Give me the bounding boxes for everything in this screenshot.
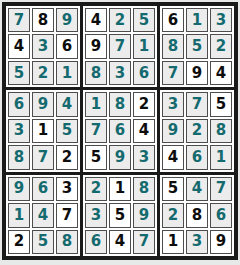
box-8: 218359647 — [83, 175, 157, 256]
cell-r8c2[interactable]: 4 — [32, 203, 54, 227]
sudoku-board: 7894365214259718366138527946943158721827… — [2, 2, 238, 260]
cell-r8c8[interactable]: 8 — [186, 203, 208, 227]
box-6: 375928461 — [160, 90, 234, 171]
cell-r5c8[interactable]: 2 — [186, 119, 208, 143]
cell-r3c3[interactable]: 1 — [56, 61, 78, 85]
cell-r9c7[interactable]: 1 — [162, 230, 184, 254]
cell-r2c3[interactable]: 6 — [56, 34, 78, 58]
cell-r2c5[interactable]: 7 — [109, 34, 131, 58]
cell-r4c1[interactable]: 6 — [8, 92, 30, 116]
cell-r6c3[interactable]: 2 — [56, 145, 78, 169]
cell-r6c1[interactable]: 8 — [8, 145, 30, 169]
cell-r8c7[interactable]: 2 — [162, 203, 184, 227]
cell-r5c2[interactable]: 1 — [32, 119, 54, 143]
cell-r4c6[interactable]: 2 — [133, 92, 155, 116]
cell-r4c4[interactable]: 1 — [85, 92, 107, 116]
cell-r3c7[interactable]: 7 — [162, 61, 184, 85]
cell-r7c3[interactable]: 3 — [56, 177, 78, 201]
cell-r4c3[interactable]: 4 — [56, 92, 78, 116]
cell-r8c5[interactable]: 5 — [109, 203, 131, 227]
cell-r8c1[interactable]: 1 — [8, 203, 30, 227]
cell-r3c1[interactable]: 5 — [8, 61, 30, 85]
cell-r6c6[interactable]: 3 — [133, 145, 155, 169]
cell-r2c7[interactable]: 8 — [162, 34, 184, 58]
cell-r6c8[interactable]: 6 — [186, 145, 208, 169]
cell-r3c8[interactable]: 9 — [186, 61, 208, 85]
cell-r1c8[interactable]: 1 — [186, 8, 208, 32]
cell-r5c7[interactable]: 9 — [162, 119, 184, 143]
cell-r2c9[interactable]: 2 — [210, 34, 232, 58]
cell-r5c1[interactable]: 3 — [8, 119, 30, 143]
cell-r8c6[interactable]: 9 — [133, 203, 155, 227]
cell-r7c6[interactable]: 8 — [133, 177, 155, 201]
cell-r8c9[interactable]: 6 — [210, 203, 232, 227]
cell-r1c3[interactable]: 9 — [56, 8, 78, 32]
cell-r8c3[interactable]: 7 — [56, 203, 78, 227]
cell-r1c5[interactable]: 2 — [109, 8, 131, 32]
cell-r5c4[interactable]: 7 — [85, 119, 107, 143]
cell-r2c8[interactable]: 5 — [186, 34, 208, 58]
cell-r6c5[interactable]: 9 — [109, 145, 131, 169]
box-2: 425971836 — [83, 6, 157, 87]
cell-r1c1[interactable]: 7 — [8, 8, 30, 32]
cell-r5c5[interactable]: 6 — [109, 119, 131, 143]
cell-r9c1[interactable]: 2 — [8, 230, 30, 254]
box-5: 182764593 — [83, 90, 157, 171]
cell-r2c1[interactable]: 4 — [8, 34, 30, 58]
cell-r3c5[interactable]: 3 — [109, 61, 131, 85]
cell-r9c8[interactable]: 3 — [186, 230, 208, 254]
cell-r6c9[interactable]: 1 — [210, 145, 232, 169]
cell-r7c9[interactable]: 7 — [210, 177, 232, 201]
cell-r3c6[interactable]: 6 — [133, 61, 155, 85]
cell-r2c6[interactable]: 1 — [133, 34, 155, 58]
cell-r9c4[interactable]: 6 — [85, 230, 107, 254]
cell-r4c9[interactable]: 5 — [210, 92, 232, 116]
cell-r8c4[interactable]: 3 — [85, 203, 107, 227]
cell-r4c5[interactable]: 8 — [109, 92, 131, 116]
box-7: 963147258 — [6, 175, 80, 256]
cell-r3c4[interactable]: 8 — [85, 61, 107, 85]
cell-r3c9[interactable]: 4 — [210, 61, 232, 85]
cell-r4c2[interactable]: 9 — [32, 92, 54, 116]
cell-r9c5[interactable]: 4 — [109, 230, 131, 254]
cell-r5c6[interactable]: 4 — [133, 119, 155, 143]
cell-r2c4[interactable]: 9 — [85, 34, 107, 58]
cell-r7c2[interactable]: 6 — [32, 177, 54, 201]
cell-r1c7[interactable]: 6 — [162, 8, 184, 32]
cell-r5c3[interactable]: 5 — [56, 119, 78, 143]
cell-r1c4[interactable]: 4 — [85, 8, 107, 32]
cell-r6c4[interactable]: 5 — [85, 145, 107, 169]
cell-r5c9[interactable]: 8 — [210, 119, 232, 143]
cell-r9c6[interactable]: 7 — [133, 230, 155, 254]
cell-r4c8[interactable]: 7 — [186, 92, 208, 116]
cell-r1c9[interactable]: 3 — [210, 8, 232, 32]
box-9: 547286139 — [160, 175, 234, 256]
cell-r7c4[interactable]: 2 — [85, 177, 107, 201]
cell-r3c2[interactable]: 2 — [32, 61, 54, 85]
box-3: 613852794 — [160, 6, 234, 87]
cell-r7c7[interactable]: 5 — [162, 177, 184, 201]
cell-r6c2[interactable]: 7 — [32, 145, 54, 169]
box-4: 694315872 — [6, 90, 80, 171]
cell-r7c1[interactable]: 9 — [8, 177, 30, 201]
cell-r9c3[interactable]: 8 — [56, 230, 78, 254]
cell-r2c2[interactable]: 3 — [32, 34, 54, 58]
cell-r9c9[interactable]: 9 — [210, 230, 232, 254]
box-1: 789436521 — [6, 6, 80, 87]
cell-r7c5[interactable]: 1 — [109, 177, 131, 201]
cell-r9c2[interactable]: 5 — [32, 230, 54, 254]
cell-r4c7[interactable]: 3 — [162, 92, 184, 116]
cell-r1c6[interactable]: 5 — [133, 8, 155, 32]
cell-r6c7[interactable]: 4 — [162, 145, 184, 169]
cell-r1c2[interactable]: 8 — [32, 8, 54, 32]
cell-r7c8[interactable]: 4 — [186, 177, 208, 201]
